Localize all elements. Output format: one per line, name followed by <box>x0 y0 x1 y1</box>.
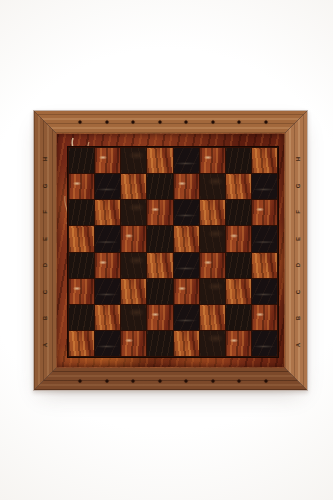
rail-dot-top <box>264 121 267 124</box>
rail-letter-left: D <box>42 263 48 267</box>
square-a2[interactable] <box>69 305 94 330</box>
square-a6[interactable] <box>69 200 94 225</box>
square-f8[interactable] <box>200 148 225 173</box>
rail-dot-top <box>185 121 188 124</box>
rail-letter-right: E <box>295 237 301 241</box>
rail-letter-left: A <box>42 343 48 347</box>
rail-dot-top <box>132 121 135 124</box>
square-c5[interactable] <box>121 226 146 251</box>
rail-dot-bottom <box>185 380 188 383</box>
rail-letter-right: H <box>295 157 301 161</box>
square-h7[interactable] <box>252 174 277 199</box>
square-d6[interactable] <box>147 200 172 225</box>
rail-letter-left: C <box>42 290 48 294</box>
rail-letter-left: G <box>42 183 48 188</box>
square-h1[interactable] <box>252 331 277 356</box>
square-c1[interactable] <box>121 331 146 356</box>
square-b4[interactable] <box>95 253 120 278</box>
board: HGFEDCBAHGFEDCBA <box>33 110 308 391</box>
rail-letter-right: D <box>295 263 301 267</box>
square-c2[interactable] <box>121 305 146 330</box>
square-d3[interactable] <box>147 279 172 304</box>
square-f4[interactable] <box>200 253 225 278</box>
square-a4[interactable] <box>69 253 94 278</box>
square-a8[interactable] <box>69 148 94 173</box>
square-g8[interactable] <box>226 148 251 173</box>
square-b3[interactable] <box>95 279 120 304</box>
rail-letter-right: G <box>295 183 301 188</box>
square-c8[interactable] <box>121 148 146 173</box>
square-b7[interactable] <box>95 174 120 199</box>
square-f1[interactable] <box>200 331 225 356</box>
square-e4[interactable] <box>174 253 199 278</box>
square-a5[interactable] <box>69 226 94 251</box>
square-g7[interactable] <box>226 174 251 199</box>
rail-dot-top <box>211 121 214 124</box>
rail-dot-bottom <box>79 380 82 383</box>
square-a1[interactable] <box>69 331 94 356</box>
square-c4[interactable] <box>121 253 146 278</box>
rail-dot-bottom <box>158 380 161 383</box>
square-e7[interactable] <box>174 174 199 199</box>
square-e3[interactable] <box>174 279 199 304</box>
square-b5[interactable] <box>95 226 120 251</box>
rail-dot-top <box>238 121 241 124</box>
square-g5[interactable] <box>226 226 251 251</box>
square-f7[interactable] <box>200 174 225 199</box>
square-d1[interactable] <box>147 331 172 356</box>
rail-dot-bottom <box>264 380 267 383</box>
square-e5[interactable] <box>174 226 199 251</box>
square-d8[interactable] <box>147 148 172 173</box>
square-h5[interactable] <box>252 226 277 251</box>
photo-backdrop: HGFEDCBAHGFEDCBA <box>0 0 333 500</box>
rail-letter-right: F <box>295 210 301 214</box>
square-f3[interactable] <box>200 279 225 304</box>
rail-letter-right: B <box>295 316 301 320</box>
square-g4[interactable] <box>226 253 251 278</box>
rail-dot-bottom <box>238 380 241 383</box>
square-c7[interactable] <box>121 174 146 199</box>
rail-letter-right: A <box>295 343 301 347</box>
square-g3[interactable] <box>226 279 251 304</box>
square-g1[interactable] <box>226 331 251 356</box>
square-f5[interactable] <box>200 226 225 251</box>
square-h2[interactable] <box>252 305 277 330</box>
square-g2[interactable] <box>226 305 251 330</box>
square-d2[interactable] <box>147 305 172 330</box>
rail-letter-left: E <box>42 237 48 241</box>
square-e6[interactable] <box>174 200 199 225</box>
frame-rail-left <box>34 111 56 390</box>
square-c6[interactable] <box>121 200 146 225</box>
rail-dot-bottom <box>105 380 108 383</box>
square-e2[interactable] <box>174 305 199 330</box>
board-field <box>67 146 279 358</box>
square-h8[interactable] <box>252 148 277 173</box>
square-e8[interactable] <box>174 148 199 173</box>
rail-dot-top <box>79 121 82 124</box>
square-b2[interactable] <box>95 305 120 330</box>
square-b1[interactable] <box>95 331 120 356</box>
frame-rail-right <box>285 111 307 390</box>
square-d5[interactable] <box>147 226 172 251</box>
square-b6[interactable] <box>95 200 120 225</box>
square-d4[interactable] <box>147 253 172 278</box>
square-a7[interactable] <box>69 174 94 199</box>
rail-letter-right: C <box>295 290 301 294</box>
square-h3[interactable] <box>252 279 277 304</box>
rail-letter-left: H <box>42 157 48 161</box>
square-b8[interactable] <box>95 148 120 173</box>
square-c3[interactable] <box>121 279 146 304</box>
square-a3[interactable] <box>69 279 94 304</box>
square-h4[interactable] <box>252 253 277 278</box>
rail-dot-bottom <box>132 380 135 383</box>
rail-letter-left: F <box>42 210 48 214</box>
square-d7[interactable] <box>147 174 172 199</box>
rail-letter-left: B <box>42 316 48 320</box>
square-f2[interactable] <box>200 305 225 330</box>
square-e1[interactable] <box>174 331 199 356</box>
rail-dot-top <box>105 121 108 124</box>
square-h6[interactable] <box>252 200 277 225</box>
square-g6[interactable] <box>226 200 251 225</box>
square-f6[interactable] <box>200 200 225 225</box>
rail-dot-bottom <box>211 380 214 383</box>
rail-dot-top <box>158 121 161 124</box>
